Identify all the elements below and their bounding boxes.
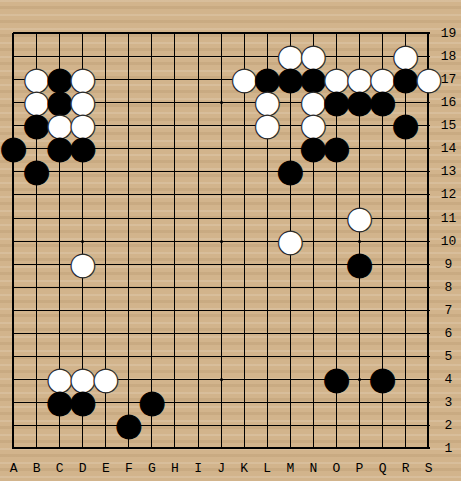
row-label-3: 3: [438, 391, 459, 414]
intersection-D11[interactable]: [71, 207, 94, 230]
intersection-L1[interactable]: [256, 437, 279, 460]
intersection-P7[interactable]: [348, 299, 371, 322]
star-point-D10: [81, 240, 84, 243]
intersection-C6[interactable]: [48, 322, 71, 345]
intersection-G6[interactable]: [140, 322, 163, 345]
intersection-B6[interactable]: [25, 322, 48, 345]
intersection-E9[interactable]: [94, 253, 117, 276]
intersection-F12[interactable]: [117, 183, 140, 206]
intersection-H14[interactable]: [163, 137, 186, 160]
intersection-Q12[interactable]: [371, 183, 394, 206]
intersection-P14[interactable]: [348, 137, 371, 160]
intersection-K6[interactable]: [233, 322, 256, 345]
intersection-R12[interactable]: [394, 183, 417, 206]
intersection-Q16[interactable]: ●: [371, 91, 394, 114]
intersection-Q13[interactable]: [371, 160, 394, 183]
intersection-R4[interactable]: [394, 368, 417, 391]
intersection-D6[interactable]: [71, 322, 94, 345]
intersection-N3[interactable]: [302, 391, 325, 414]
intersection-E6[interactable]: [94, 322, 117, 345]
intersection-C3[interactable]: ●: [48, 391, 71, 414]
intersection-A3[interactable]: [2, 391, 25, 414]
intersection-F6[interactable]: [117, 322, 140, 345]
intersection-A2[interactable]: [2, 414, 25, 437]
intersection-F14[interactable]: [117, 137, 140, 160]
intersection-I2[interactable]: [187, 414, 210, 437]
intersection-K19[interactable]: [233, 22, 256, 45]
intersection-L5[interactable]: [256, 345, 279, 368]
intersection-D14[interactable]: ●: [71, 137, 94, 160]
intersection-O16[interactable]: ●: [325, 91, 348, 114]
intersection-O1[interactable]: [325, 437, 348, 460]
intersection-B9[interactable]: [25, 253, 48, 276]
intersection-S15[interactable]: [417, 114, 440, 137]
intersection-H1[interactable]: [163, 437, 186, 460]
intersection-N2[interactable]: [302, 414, 325, 437]
intersection-L8[interactable]: [256, 276, 279, 299]
intersection-J19[interactable]: [210, 22, 233, 45]
intersection-F2[interactable]: ●: [117, 414, 140, 437]
intersection-S4[interactable]: [417, 368, 440, 391]
intersection-L13[interactable]: [256, 160, 279, 183]
intersection-I9[interactable]: [187, 253, 210, 276]
intersection-S14[interactable]: [417, 137, 440, 160]
intersection-J2[interactable]: [210, 414, 233, 437]
intersection-N6[interactable]: [302, 322, 325, 345]
intersection-H5[interactable]: [163, 345, 186, 368]
intersection-N7[interactable]: [302, 299, 325, 322]
intersection-C8[interactable]: [48, 276, 71, 299]
intersection-S2[interactable]: [417, 414, 440, 437]
intersection-A6[interactable]: [2, 322, 25, 345]
intersection-J9[interactable]: [210, 253, 233, 276]
intersection-F15[interactable]: [117, 114, 140, 137]
intersection-O9[interactable]: [325, 253, 348, 276]
intersection-K17[interactable]: ●: [233, 68, 256, 91]
intersection-G9[interactable]: [140, 253, 163, 276]
intersection-B13[interactable]: ●: [25, 160, 48, 183]
intersection-L11[interactable]: [256, 207, 279, 230]
intersection-E15[interactable]: [94, 114, 117, 137]
intersection-J7[interactable]: [210, 299, 233, 322]
intersection-E17[interactable]: [94, 68, 117, 91]
intersection-S3[interactable]: [417, 391, 440, 414]
intersection-A17[interactable]: [2, 68, 25, 91]
intersection-Q9[interactable]: [371, 253, 394, 276]
intersection-J8[interactable]: [210, 276, 233, 299]
intersection-C7[interactable]: [48, 299, 71, 322]
intersection-K13[interactable]: [233, 160, 256, 183]
intersection-M13[interactable]: ●: [279, 160, 302, 183]
intersection-A10[interactable]: [2, 230, 25, 253]
intersection-G13[interactable]: [140, 160, 163, 183]
intersection-G3[interactable]: ●: [140, 391, 163, 414]
intersection-K15[interactable]: [233, 114, 256, 137]
intersection-R2[interactable]: [394, 414, 417, 437]
intersection-I1[interactable]: [187, 437, 210, 460]
intersection-A14[interactable]: ●: [2, 137, 25, 160]
intersection-J16[interactable]: [210, 91, 233, 114]
intersection-A1[interactable]: [2, 437, 25, 460]
intersection-H9[interactable]: [163, 253, 186, 276]
intersection-F18[interactable]: [117, 45, 140, 68]
intersection-M1[interactable]: [279, 437, 302, 460]
intersection-R1[interactable]: [394, 437, 417, 460]
intersection-J14[interactable]: [210, 137, 233, 160]
intersection-K7[interactable]: [233, 299, 256, 322]
intersection-F11[interactable]: [117, 207, 140, 230]
intersection-N9[interactable]: [302, 253, 325, 276]
intersection-S5[interactable]: [417, 345, 440, 368]
intersection-I8[interactable]: [187, 276, 210, 299]
intersection-S12[interactable]: [417, 183, 440, 206]
intersection-L7[interactable]: [256, 299, 279, 322]
intersection-G5[interactable]: [140, 345, 163, 368]
intersection-G14[interactable]: [140, 137, 163, 160]
intersection-H10[interactable]: [163, 230, 186, 253]
intersection-B10[interactable]: [25, 230, 48, 253]
black-stone-A14: ●: [2, 136, 25, 159]
intersection-P9[interactable]: ●: [348, 253, 371, 276]
intersection-S19[interactable]: [417, 22, 440, 45]
intersection-C1[interactable]: [48, 437, 71, 460]
intersection-D12[interactable]: [71, 183, 94, 206]
intersection-M4[interactable]: [279, 368, 302, 391]
intersection-B4[interactable]: [25, 368, 48, 391]
intersection-M2[interactable]: [279, 414, 302, 437]
intersection-M15[interactable]: [279, 114, 302, 137]
row-label-15: 15: [438, 114, 459, 137]
intersection-B7[interactable]: [25, 299, 48, 322]
intersection-B19[interactable]: [25, 22, 48, 45]
intersection-N1[interactable]: [302, 437, 325, 460]
intersection-G18[interactable]: [140, 45, 163, 68]
intersection-B3[interactable]: [25, 391, 48, 414]
intersection-A7[interactable]: [2, 299, 25, 322]
intersection-F5[interactable]: [117, 345, 140, 368]
intersection-E4[interactable]: ●: [94, 368, 117, 391]
intersection-Q6[interactable]: [371, 322, 394, 345]
intersection-E12[interactable]: [94, 183, 117, 206]
intersection-K9[interactable]: [233, 253, 256, 276]
intersection-G15[interactable]: [140, 114, 163, 137]
intersection-I12[interactable]: [187, 183, 210, 206]
intersection-N14[interactable]: ●: [302, 137, 325, 160]
intersection-P2[interactable]: [348, 414, 371, 437]
intersection-C10[interactable]: [48, 230, 71, 253]
intersection-B5[interactable]: [25, 345, 48, 368]
intersection-R5[interactable]: [394, 345, 417, 368]
intersection-E10[interactable]: [94, 230, 117, 253]
intersection-G10[interactable]: [140, 230, 163, 253]
intersection-H6[interactable]: [163, 322, 186, 345]
intersection-R6[interactable]: [394, 322, 417, 345]
intersection-N4[interactable]: [302, 368, 325, 391]
intersection-H13[interactable]: [163, 160, 186, 183]
intersection-N8[interactable]: [302, 276, 325, 299]
intersection-I19[interactable]: [187, 22, 210, 45]
intersection-S1[interactable]: [417, 437, 440, 460]
intersection-J4[interactable]: [210, 368, 233, 391]
intersection-H2[interactable]: [163, 414, 186, 437]
intersection-O10[interactable]: [325, 230, 348, 253]
intersection-J5[interactable]: [210, 345, 233, 368]
intersection-P6[interactable]: [348, 322, 371, 345]
intersection-A8[interactable]: [2, 276, 25, 299]
intersection-E1[interactable]: [94, 437, 117, 460]
intersection-S11[interactable]: [417, 207, 440, 230]
intersection-S10[interactable]: [417, 230, 440, 253]
intersection-D7[interactable]: [71, 299, 94, 322]
row-label-4: 4: [438, 368, 459, 391]
intersection-K11[interactable]: [233, 207, 256, 230]
intersection-H12[interactable]: [163, 183, 186, 206]
intersection-I11[interactable]: [187, 207, 210, 230]
intersection-K8[interactable]: [233, 276, 256, 299]
intersection-Q2[interactable]: [371, 414, 394, 437]
intersection-E19[interactable]: [94, 22, 117, 45]
intersection-G17[interactable]: [140, 68, 163, 91]
intersection-J17[interactable]: [210, 68, 233, 91]
intersection-I5[interactable]: [187, 345, 210, 368]
intersection-N11[interactable]: [302, 207, 325, 230]
intersection-J1[interactable]: [210, 437, 233, 460]
intersection-P13[interactable]: [348, 160, 371, 183]
intersection-I6[interactable]: [187, 322, 210, 345]
intersection-A12[interactable]: [2, 183, 25, 206]
intersection-G12[interactable]: [140, 183, 163, 206]
intersection-H8[interactable]: [163, 276, 186, 299]
intersection-A4[interactable]: [2, 368, 25, 391]
intersection-B8[interactable]: [25, 276, 48, 299]
intersection-A16[interactable]: [2, 91, 25, 114]
intersection-F10[interactable]: [117, 230, 140, 253]
intersection-L9[interactable]: [256, 253, 279, 276]
intersection-P1[interactable]: [348, 437, 371, 460]
intersection-I7[interactable]: [187, 299, 210, 322]
intersection-Q11[interactable]: [371, 207, 394, 230]
intersection-Q1[interactable]: [371, 437, 394, 460]
intersection-I15[interactable]: [187, 114, 210, 137]
intersection-H16[interactable]: [163, 91, 186, 114]
intersection-S17[interactable]: ●: [417, 68, 440, 91]
intersection-H17[interactable]: [163, 68, 186, 91]
intersection-M10[interactable]: ●: [279, 230, 302, 253]
intersection-E13[interactable]: [94, 160, 117, 183]
intersection-G11[interactable]: [140, 207, 163, 230]
star-point-J10: [220, 240, 223, 243]
intersection-K10[interactable]: [233, 230, 256, 253]
intersection-G1[interactable]: [140, 437, 163, 460]
row-label-2: 2: [438, 414, 459, 437]
intersection-F16[interactable]: [117, 91, 140, 114]
intersection-F4[interactable]: [117, 368, 140, 391]
intersection-S13[interactable]: [417, 160, 440, 183]
intersection-N5[interactable]: [302, 345, 325, 368]
intersection-R10[interactable]: [394, 230, 417, 253]
intersection-F17[interactable]: [117, 68, 140, 91]
intersection-M17[interactable]: ●: [279, 68, 302, 91]
intersection-L2[interactable]: [256, 414, 279, 437]
intersection-H19[interactable]: [163, 22, 186, 45]
row-label-5: 5: [438, 345, 459, 368]
intersection-A11[interactable]: [2, 207, 25, 230]
intersection-B11[interactable]: [25, 207, 48, 230]
intersection-E18[interactable]: [94, 45, 117, 68]
intersection-Q19[interactable]: [371, 22, 394, 45]
intersection-I18[interactable]: [187, 45, 210, 68]
intersection-D9[interactable]: ●: [71, 253, 94, 276]
intersection-B2[interactable]: [25, 414, 48, 437]
intersection-O8[interactable]: [325, 276, 348, 299]
intersection-Q10[interactable]: [371, 230, 394, 253]
intersection-R13[interactable]: [394, 160, 417, 183]
intersection-P16[interactable]: ●: [348, 91, 371, 114]
intersection-S8[interactable]: [417, 276, 440, 299]
intersection-R7[interactable]: [394, 299, 417, 322]
intersection-E11[interactable]: [94, 207, 117, 230]
intersection-A9[interactable]: [2, 253, 25, 276]
intersection-N10[interactable]: [302, 230, 325, 253]
intersection-D1[interactable]: [71, 437, 94, 460]
intersection-P11[interactable]: ●: [348, 207, 371, 230]
intersection-G7[interactable]: [140, 299, 163, 322]
intersection-O12[interactable]: [325, 183, 348, 206]
intersection-Q4[interactable]: ●: [371, 368, 394, 391]
intersection-F8[interactable]: [117, 276, 140, 299]
intersection-L4[interactable]: [256, 368, 279, 391]
intersection-Q14[interactable]: [371, 137, 394, 160]
intersection-O2[interactable]: [325, 414, 348, 437]
intersection-O4[interactable]: ●: [325, 368, 348, 391]
intersection-K12[interactable]: [233, 183, 256, 206]
intersection-A18[interactable]: [2, 45, 25, 68]
intersection-D19[interactable]: [71, 22, 94, 45]
intersection-I14[interactable]: [187, 137, 210, 160]
intersection-M6[interactable]: [279, 322, 302, 345]
intersection-O19[interactable]: [325, 22, 348, 45]
intersection-R8[interactable]: [394, 276, 417, 299]
intersection-R3[interactable]: [394, 391, 417, 414]
intersection-I16[interactable]: [187, 91, 210, 114]
intersection-I10[interactable]: [187, 230, 210, 253]
intersection-H3[interactable]: [163, 391, 186, 414]
col-label-L: L: [256, 459, 279, 479]
intersection-G16[interactable]: [140, 91, 163, 114]
intersection-M8[interactable]: [279, 276, 302, 299]
intersection-M3[interactable]: [279, 391, 302, 414]
intersection-Q7[interactable]: [371, 299, 394, 322]
intersection-I13[interactable]: [187, 160, 210, 183]
intersection-K1[interactable]: [233, 437, 256, 460]
intersection-P5[interactable]: [348, 345, 371, 368]
intersection-H4[interactable]: [163, 368, 186, 391]
intersection-J11[interactable]: [210, 207, 233, 230]
intersection-J18[interactable]: [210, 45, 233, 68]
intersection-P3[interactable]: [348, 391, 371, 414]
intersection-S9[interactable]: [417, 253, 440, 276]
intersection-P4[interactable]: [348, 368, 371, 391]
intersection-R15[interactable]: ●: [394, 114, 417, 137]
intersection-K4[interactable]: [233, 368, 256, 391]
intersection-C14[interactable]: ●: [48, 137, 71, 160]
intersection-I4[interactable]: [187, 368, 210, 391]
intersection-E14[interactable]: [94, 137, 117, 160]
intersection-O11[interactable]: [325, 207, 348, 230]
intersection-J10[interactable]: [210, 230, 233, 253]
intersection-I3[interactable]: [187, 391, 210, 414]
intersection-F19[interactable]: [117, 22, 140, 45]
intersection-J12[interactable]: [210, 183, 233, 206]
intersection-C11[interactable]: [48, 207, 71, 230]
intersection-E16[interactable]: [94, 91, 117, 114]
intersection-H18[interactable]: [163, 45, 186, 68]
intersection-Q8[interactable]: [371, 276, 394, 299]
intersection-D3[interactable]: ●: [71, 391, 94, 414]
intersection-F7[interactable]: [117, 299, 140, 322]
intersection-C19[interactable]: [48, 22, 71, 45]
intersection-R17[interactable]: ●: [394, 68, 417, 91]
intersection-R9[interactable]: [394, 253, 417, 276]
intersection-M7[interactable]: [279, 299, 302, 322]
intersection-I17[interactable]: [187, 68, 210, 91]
intersection-L15[interactable]: ●: [256, 114, 279, 137]
intersection-S7[interactable]: [417, 299, 440, 322]
intersection-H15[interactable]: [163, 114, 186, 137]
intersection-L3[interactable]: [256, 391, 279, 414]
intersection-J13[interactable]: [210, 160, 233, 183]
intersection-J3[interactable]: [210, 391, 233, 414]
col-label-I: I: [187, 459, 210, 479]
col-label-Q: Q: [371, 459, 394, 479]
intersection-H11[interactable]: [163, 207, 186, 230]
intersection-L12[interactable]: [256, 183, 279, 206]
intersection-O6[interactable]: [325, 322, 348, 345]
intersection-N12[interactable]: [302, 183, 325, 206]
intersection-J6[interactable]: [210, 322, 233, 345]
intersection-E2[interactable]: [94, 414, 117, 437]
intersection-K14[interactable]: [233, 137, 256, 160]
intersection-E7[interactable]: [94, 299, 117, 322]
intersection-G19[interactable]: [140, 22, 163, 45]
intersection-B1[interactable]: [25, 437, 48, 460]
intersection-L10[interactable]: [256, 230, 279, 253]
intersection-H7[interactable]: [163, 299, 186, 322]
intersection-A19[interactable]: [2, 22, 25, 45]
intersection-F9[interactable]: [117, 253, 140, 276]
intersection-K3[interactable]: [233, 391, 256, 414]
intersection-S6[interactable]: [417, 322, 440, 345]
intersection-L6[interactable]: [256, 322, 279, 345]
intersection-K2[interactable]: [233, 414, 256, 437]
intersection-G8[interactable]: [140, 276, 163, 299]
intersection-A5[interactable]: [2, 345, 25, 368]
intersection-C9[interactable]: [48, 253, 71, 276]
intersection-J15[interactable]: [210, 114, 233, 137]
white-stone-P11: ●: [348, 206, 371, 229]
intersection-O14[interactable]: ●: [325, 137, 348, 160]
intersection-C12[interactable]: [48, 183, 71, 206]
intersection-F13[interactable]: [117, 160, 140, 183]
intersection-R11[interactable]: [394, 207, 417, 230]
intersection-K5[interactable]: [233, 345, 256, 368]
intersection-P19[interactable]: [348, 22, 371, 45]
intersection-O7[interactable]: [325, 299, 348, 322]
intersection-E8[interactable]: [94, 276, 117, 299]
intersection-L19[interactable]: [256, 22, 279, 45]
intersection-M5[interactable]: [279, 345, 302, 368]
intersection-B15[interactable]: ●: [25, 114, 48, 137]
